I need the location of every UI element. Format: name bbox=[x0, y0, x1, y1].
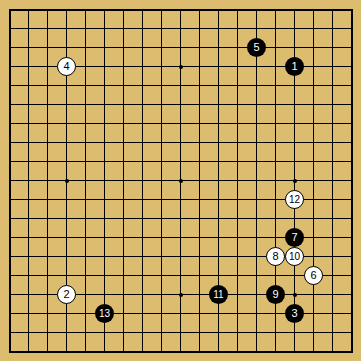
star-point bbox=[293, 293, 297, 297]
stone-white-8: 8 bbox=[266, 247, 285, 266]
star-point bbox=[179, 179, 183, 183]
stone-black-5: 5 bbox=[247, 38, 266, 57]
stone-black-11: 11 bbox=[209, 285, 228, 304]
go-board[interactable]: 12345678910111213 bbox=[0, 0, 361, 361]
board-grid-line-vertical bbox=[332, 10, 333, 352]
stone-black-7: 7 bbox=[285, 228, 304, 247]
stone-white-12: 12 bbox=[285, 190, 304, 209]
star-point bbox=[179, 65, 183, 69]
star-point bbox=[179, 293, 183, 297]
stone-black-9: 9 bbox=[266, 285, 285, 304]
board-grid-line-vertical bbox=[313, 10, 314, 352]
stone-black-13: 13 bbox=[95, 304, 114, 323]
stone-white-4: 4 bbox=[57, 57, 76, 76]
board-grid-line-vertical bbox=[256, 10, 257, 352]
board-grid-line-vertical bbox=[237, 10, 238, 352]
board-grid-line-vertical bbox=[199, 10, 200, 352]
board-grid-line-horizontal bbox=[10, 275, 352, 276]
stone-black-1: 1 bbox=[285, 57, 304, 76]
board-grid-line-horizontal bbox=[10, 218, 352, 219]
stone-white-10: 10 bbox=[285, 247, 304, 266]
star-point bbox=[293, 179, 297, 183]
star-point bbox=[65, 179, 69, 183]
stone-black-3: 3 bbox=[285, 304, 304, 323]
stone-white-6: 6 bbox=[304, 266, 323, 285]
board-grid-line-horizontal bbox=[10, 332, 352, 333]
stone-white-2: 2 bbox=[57, 285, 76, 304]
